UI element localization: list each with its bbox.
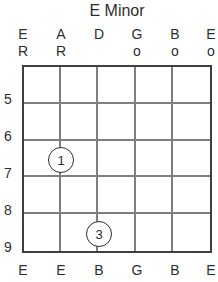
fret-cell	[24, 214, 61, 251]
fret-number-6: 6	[0, 128, 16, 144]
finger-dot-a-string-fret-7: 1	[48, 147, 74, 173]
fret-cell	[98, 141, 135, 178]
fret-cell	[24, 67, 61, 104]
fret-cell	[61, 177, 98, 214]
fret-cell	[136, 177, 173, 214]
annotation-root-low-e: R	[18, 43, 28, 59]
fret-cell	[98, 67, 135, 104]
note-a-string: E	[56, 262, 65, 278]
note-b-string: B	[170, 262, 179, 278]
fret-number-9: 9	[0, 239, 16, 255]
fret-cell	[173, 214, 210, 251]
string-name-d: D	[94, 26, 104, 42]
chord-title: E Minor	[22, 2, 212, 20]
fret-cell	[24, 177, 61, 214]
fret-number-8: 8	[0, 202, 16, 218]
note-d-string: B	[94, 262, 103, 278]
fret-cell	[173, 67, 210, 104]
annotation-open-g: o	[133, 43, 141, 59]
string-name-a: A	[56, 26, 65, 42]
fret-cell	[136, 104, 173, 141]
string-name-low-e: E	[18, 26, 27, 42]
fret-number-5: 5	[0, 91, 16, 107]
string-name-high-e: E	[206, 26, 215, 42]
finger-number: 1	[57, 153, 64, 168]
fret-number-7: 7	[0, 165, 16, 181]
note-g-string: G	[132, 262, 143, 278]
finger-number: 3	[95, 227, 102, 242]
fret-cell	[173, 104, 210, 141]
fret-cell	[173, 141, 210, 178]
finger-dot-d-string-fret-9: 3	[86, 221, 112, 247]
string-name-b: B	[170, 26, 179, 42]
annotation-root-a: R	[56, 43, 66, 59]
fret-cell	[61, 67, 98, 104]
fret-cell	[61, 104, 98, 141]
note-low-e: E	[18, 262, 27, 278]
fret-cell	[173, 177, 210, 214]
fret-cell	[136, 141, 173, 178]
string-name-g: G	[132, 26, 143, 42]
annotation-open-b: o	[171, 43, 179, 59]
chord-diagram: E Minor E A D G B E R R o o o	[0, 0, 218, 282]
fret-cell	[24, 104, 61, 141]
fret-cell	[98, 177, 135, 214]
annotation-open-high-e: o	[207, 43, 215, 59]
fret-cell	[136, 214, 173, 251]
fret-cell	[136, 67, 173, 104]
note-high-e: E	[206, 262, 215, 278]
fret-cell	[98, 104, 135, 141]
